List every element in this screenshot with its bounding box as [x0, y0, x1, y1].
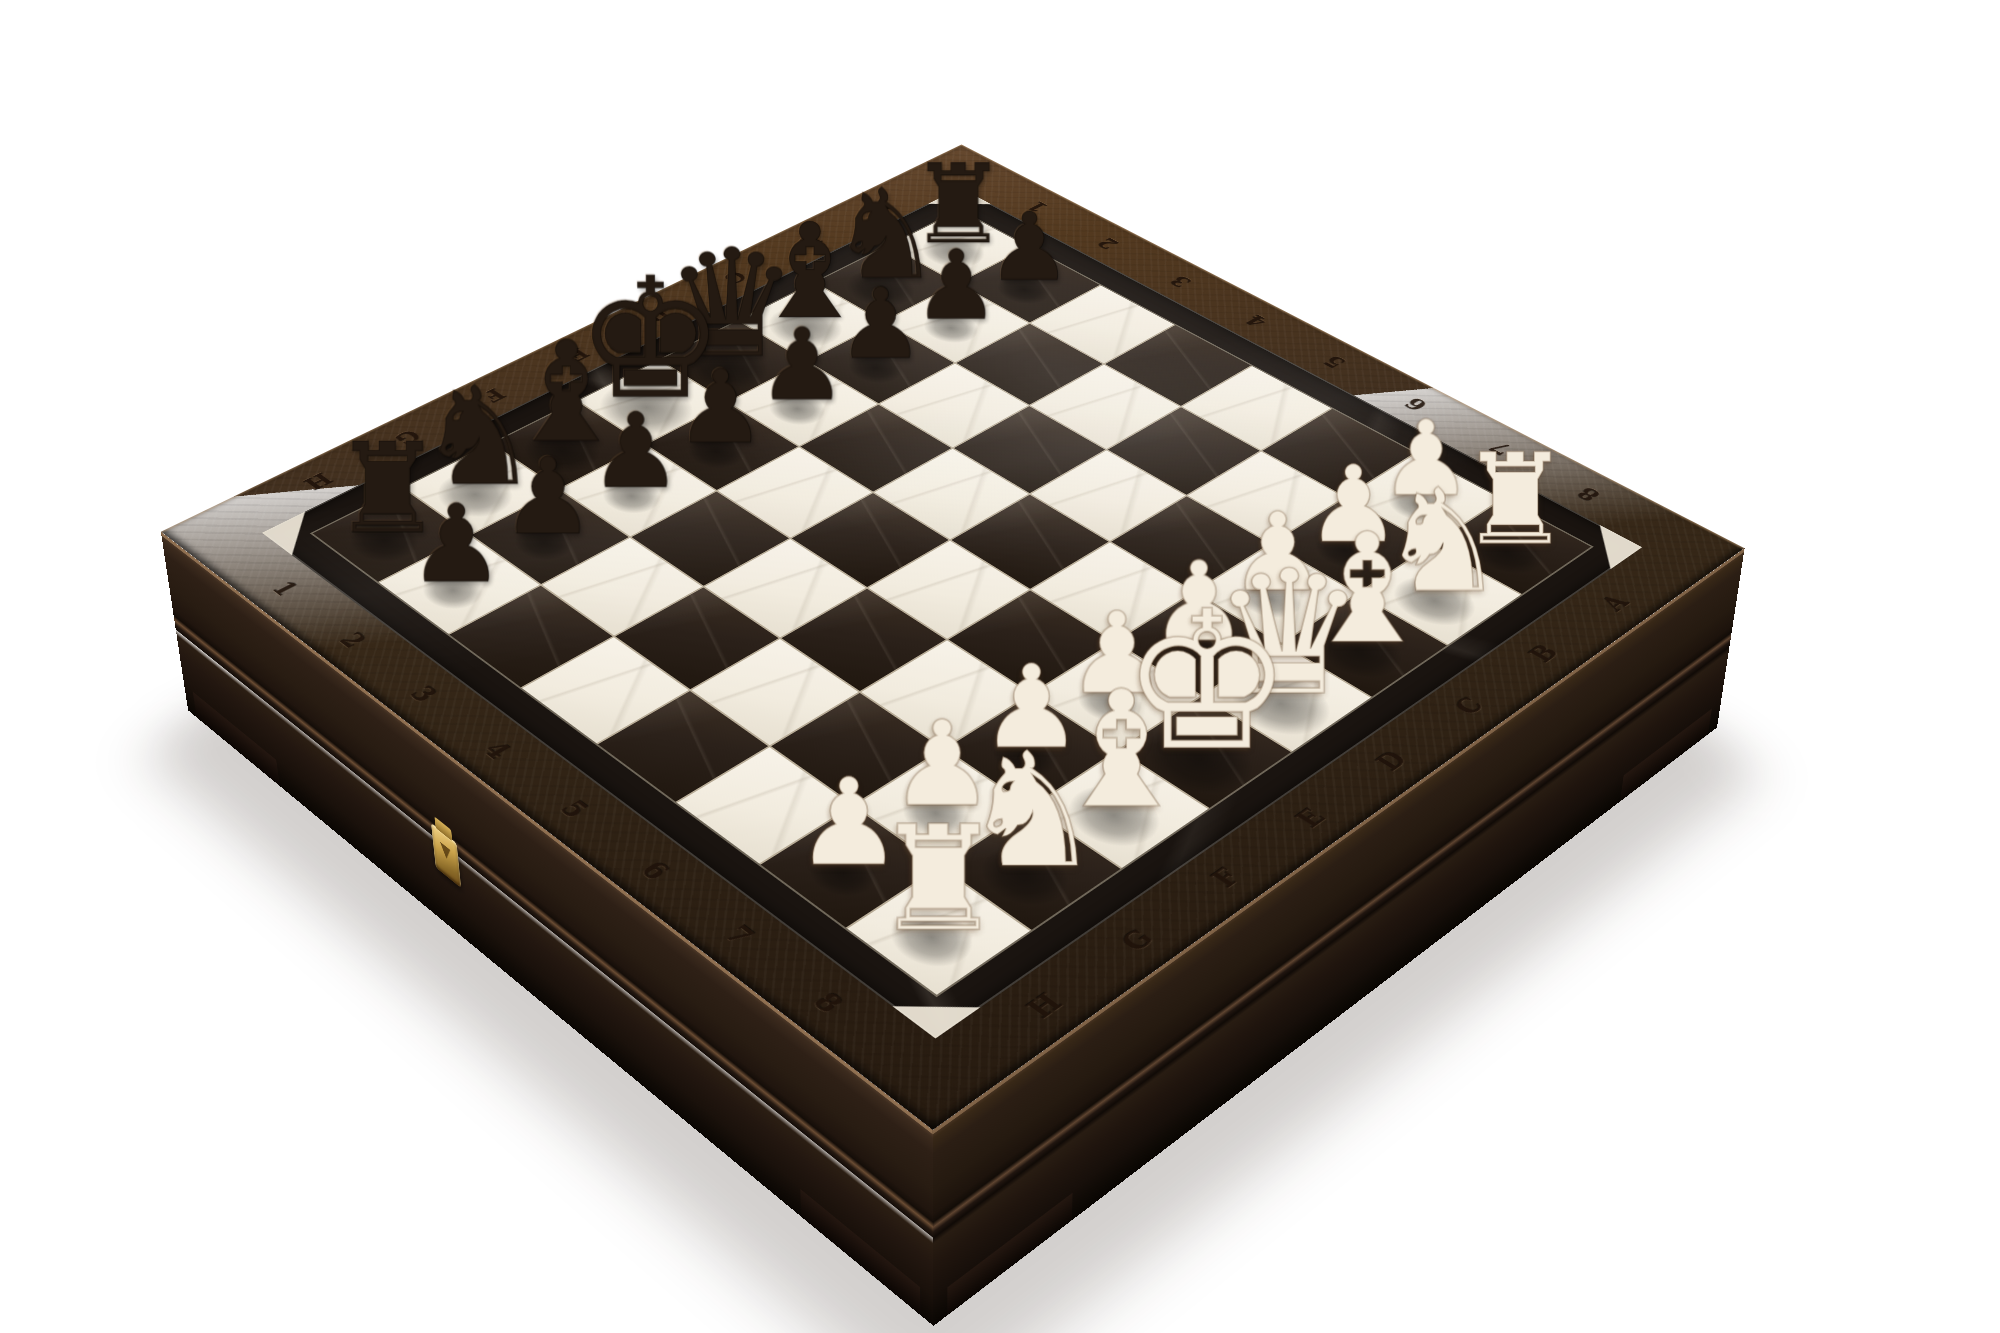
photo-stage: 11AA22BB33CC44DD55EE66FF77GG88HH ♜♞♝♛♚♝♞… — [0, 0, 2000, 1333]
pawn-icon: ♟ — [408, 490, 505, 598]
brass-latch-icon — [431, 823, 461, 889]
rook-icon: ♜ — [873, 805, 1003, 950]
pawn-icon: ♟ — [501, 444, 596, 550]
perspective-scene: 11AA22BB33CC44DD55EE66FF77GG88HH ♜♞♝♛♚♝♞… — [0, 0, 2000, 1333]
